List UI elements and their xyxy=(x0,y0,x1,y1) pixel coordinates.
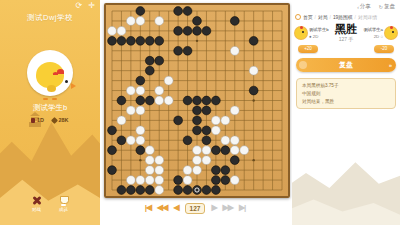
black-stone xyxy=(230,17,239,26)
game-rules-box: 本局黑棋贴3.75子 中国规则 对局结束，黑胜 xyxy=(296,78,396,109)
go-board[interactable] xyxy=(104,3,290,198)
white-stone xyxy=(155,96,164,105)
white-stone xyxy=(126,176,135,185)
battle-icon xyxy=(32,196,42,206)
home-icon xyxy=(295,14,301,20)
black-stone xyxy=(108,166,117,175)
white-stone xyxy=(183,166,192,175)
black-stone xyxy=(117,136,126,145)
black-stone xyxy=(145,66,154,75)
white-player-avatar xyxy=(385,27,397,39)
white-stone xyxy=(211,126,220,135)
chicken-beak xyxy=(71,83,76,89)
black-stone xyxy=(193,17,202,26)
white-stone xyxy=(202,146,211,155)
black-stone xyxy=(136,7,145,16)
black-stone xyxy=(145,96,154,105)
game-result: 黑胜 127 手 xyxy=(335,24,357,42)
rule-line: 对局结束，黑胜 xyxy=(302,98,390,106)
black-stone xyxy=(211,96,220,105)
white-stone xyxy=(126,106,135,115)
result-title: 黑胜 xyxy=(335,24,357,35)
white-stone xyxy=(155,186,164,195)
review-button[interactable]: ↻ 复盘 xyxy=(379,3,395,10)
white-stone xyxy=(136,17,145,26)
black-stone xyxy=(211,146,220,155)
student-stats: 1D 28K xyxy=(0,117,100,123)
menu-label: 成就 xyxy=(59,207,68,212)
chicken-foot xyxy=(52,98,57,100)
rule-line: 本局黑棋贴3.75子 xyxy=(302,82,390,90)
breadcrumb-item[interactable]: 19路围棋 xyxy=(333,14,353,20)
black-player-avatar xyxy=(295,27,307,39)
first-move-button[interactable]: |◀ xyxy=(145,202,151,214)
black-stone xyxy=(126,186,135,195)
black-stone xyxy=(193,186,202,195)
go-board-grid xyxy=(106,5,288,196)
black-stone xyxy=(193,126,202,135)
student-name: 测试学生b xyxy=(0,103,100,113)
chicken-comb xyxy=(57,69,64,74)
white-stone xyxy=(145,156,154,165)
rule-line: 中国规则 xyxy=(302,90,390,98)
share-button[interactable]: ‹ 分享 xyxy=(357,3,371,10)
white-stone xyxy=(202,156,211,165)
black-stone xyxy=(249,36,258,45)
black-stone xyxy=(211,166,220,175)
black-stone xyxy=(183,96,192,105)
white-stone xyxy=(136,86,145,95)
back-10-button[interactable]: ◀◀ xyxy=(157,202,167,214)
black-stone xyxy=(202,26,211,35)
expand-icon[interactable]: ✛ xyxy=(88,2,95,10)
white-stone xyxy=(136,176,145,185)
white-stone xyxy=(193,166,202,175)
sidebar-menu: 对战 成就 xyxy=(0,196,100,213)
white-stone xyxy=(108,26,117,35)
forward-1-button[interactable]: ▶ xyxy=(211,202,216,214)
move-navigation: |◀ ◀◀ ◀ 127 ▶ ▶▶ ▶| xyxy=(100,202,290,214)
chicken-eye xyxy=(65,80,68,83)
black-stone xyxy=(193,26,202,35)
panel-actions: ‹ 分享 ↻ 复盘 xyxy=(297,3,395,10)
black-stone xyxy=(155,56,164,65)
game-info-panel: ‹ 分享 ↻ 复盘 首页 / 对局 / 19路围棋 / 对局详情 测试学生b ●… xyxy=(292,0,400,225)
last-move-button[interactable]: ▶| xyxy=(239,202,245,214)
breadcrumb: 首页 / 对局 / 19路围棋 / 对局详情 xyxy=(295,14,400,20)
white-stone xyxy=(136,126,145,135)
white-stone xyxy=(136,136,145,145)
white-stone xyxy=(126,136,135,145)
white-stone xyxy=(145,176,154,185)
banner-label: 复盘 xyxy=(339,60,353,70)
black-stone xyxy=(183,26,192,35)
panel-mountain-decoration xyxy=(292,150,400,225)
black-stone xyxy=(202,106,211,115)
chicken-foot xyxy=(43,98,48,100)
breadcrumb-separator: / xyxy=(330,15,331,20)
black-stone xyxy=(136,96,145,105)
black-stone xyxy=(136,186,145,195)
white-stone xyxy=(221,136,230,145)
black-stone xyxy=(126,36,135,45)
rank-badge-icon xyxy=(31,118,35,123)
black-stone xyxy=(221,146,230,155)
black-stone xyxy=(202,96,211,105)
white-stone xyxy=(240,146,249,155)
black-stone xyxy=(183,7,192,16)
black-stone xyxy=(211,176,220,185)
move-counter: 127 xyxy=(185,203,206,214)
black-rating-pill[interactable]: +20 xyxy=(298,45,318,53)
white-stone xyxy=(155,17,164,26)
white-player[interactable]: 测试学生a 2D ○ xyxy=(363,27,397,39)
black-stone xyxy=(174,116,183,125)
white-stone xyxy=(183,176,192,185)
black-stone xyxy=(221,176,230,185)
white-stone xyxy=(117,26,126,35)
white-stone xyxy=(230,106,239,115)
white-stone xyxy=(155,166,164,175)
chicken-wing xyxy=(47,85,56,92)
breadcrumb-item-current: 对局详情 xyxy=(358,14,377,20)
black-stone-icon: ● xyxy=(309,34,312,39)
white-stone xyxy=(230,146,239,155)
back-1-button[interactable]: ◀ xyxy=(173,202,178,214)
white-stone xyxy=(136,106,145,115)
move-count: 127 手 xyxy=(335,36,357,42)
share-label: 分享 xyxy=(360,3,371,10)
breadcrumb-separator: / xyxy=(355,15,356,20)
white-stone xyxy=(117,116,126,125)
black-stone xyxy=(117,36,126,45)
white-player-rank: 2D xyxy=(374,34,380,39)
black-stone xyxy=(136,76,145,85)
review-icon: ↻ xyxy=(379,4,383,10)
sidebar-item-achievement[interactable]: 成就 xyxy=(59,196,69,213)
rating-pills: +20 -20 xyxy=(298,45,394,53)
white-stone xyxy=(164,76,173,85)
white-stone xyxy=(155,176,164,185)
black-stone xyxy=(202,126,211,135)
black-stone xyxy=(174,186,183,195)
points-badge-icon xyxy=(51,116,58,123)
white-stone xyxy=(126,17,135,26)
rank-badge: 1D xyxy=(37,117,44,123)
white-stone xyxy=(145,166,154,175)
black-stone xyxy=(136,36,145,45)
sidebar-item-battle[interactable]: 对战 xyxy=(32,196,42,213)
chicken-mascot-icon xyxy=(36,62,64,88)
student-avatar[interactable] xyxy=(27,50,73,96)
review-banner-button[interactable]: 复盘 » xyxy=(296,58,396,72)
black-stone xyxy=(145,36,154,45)
sidebar: ⟳ ✛ 测试Dwj学校 测试学生b 1D 28K 对战 xyxy=(0,0,100,225)
points-badge: 28K xyxy=(58,117,68,123)
white-stone xyxy=(249,66,258,75)
black-stone xyxy=(155,36,164,45)
white-stone xyxy=(193,146,202,155)
review-label: 复盘 xyxy=(384,3,395,10)
white-stone xyxy=(145,146,154,155)
white-stone xyxy=(155,86,164,95)
breadcrumb-item[interactable]: 对局 xyxy=(318,14,328,20)
black-stone xyxy=(108,36,117,45)
white-stone xyxy=(230,46,239,55)
black-stone xyxy=(174,176,183,185)
black-stone xyxy=(183,46,192,55)
white-stone xyxy=(230,176,239,185)
black-stone xyxy=(193,96,202,105)
white-stone xyxy=(211,116,220,125)
black-stone xyxy=(145,186,154,195)
black-stone xyxy=(174,7,183,16)
black-stone xyxy=(174,46,183,55)
white-stone xyxy=(155,156,164,165)
share-icon: ‹ xyxy=(357,4,359,10)
white-stone xyxy=(221,116,230,125)
breadcrumb-item[interactable]: 首页 xyxy=(303,14,313,20)
white-stone xyxy=(164,96,173,105)
players-row: 测试学生b ● 2D 黑胜 127 手 测试学生a 2D ○ xyxy=(295,24,397,42)
black-stone xyxy=(193,106,202,115)
black-stone xyxy=(183,186,192,195)
black-stone xyxy=(202,136,211,145)
black-stone xyxy=(108,146,117,155)
white-stone xyxy=(193,156,202,165)
white-stone-icon: ○ xyxy=(380,34,383,39)
breadcrumb-separator: / xyxy=(315,15,316,20)
black-stone xyxy=(211,186,220,195)
black-stone xyxy=(193,116,202,125)
black-stone xyxy=(136,146,145,155)
forward-10-button[interactable]: ▶▶ xyxy=(223,202,233,214)
white-stone xyxy=(230,136,239,145)
black-stone xyxy=(145,56,154,65)
menu-label: 对战 xyxy=(32,207,41,212)
banner-arrow-icon: » xyxy=(389,62,392,68)
refresh-icon[interactable]: ⟳ xyxy=(76,2,83,10)
white-rating-pill[interactable]: -20 xyxy=(374,45,394,53)
black-stone xyxy=(221,166,230,175)
black-stone xyxy=(183,136,192,145)
black-player-rank: 2D xyxy=(313,34,319,39)
black-stone xyxy=(108,126,117,135)
white-stone xyxy=(126,86,135,95)
black-stone xyxy=(117,96,126,105)
black-stone xyxy=(202,186,211,195)
black-stone xyxy=(117,186,126,195)
trophy-icon xyxy=(59,196,69,206)
black-stone xyxy=(174,26,183,35)
black-stone xyxy=(230,156,239,165)
school-name: 测试Dwj学校 xyxy=(0,13,100,23)
black-stone xyxy=(249,86,258,95)
black-player[interactable]: 测试学生b ● 2D xyxy=(295,27,329,39)
